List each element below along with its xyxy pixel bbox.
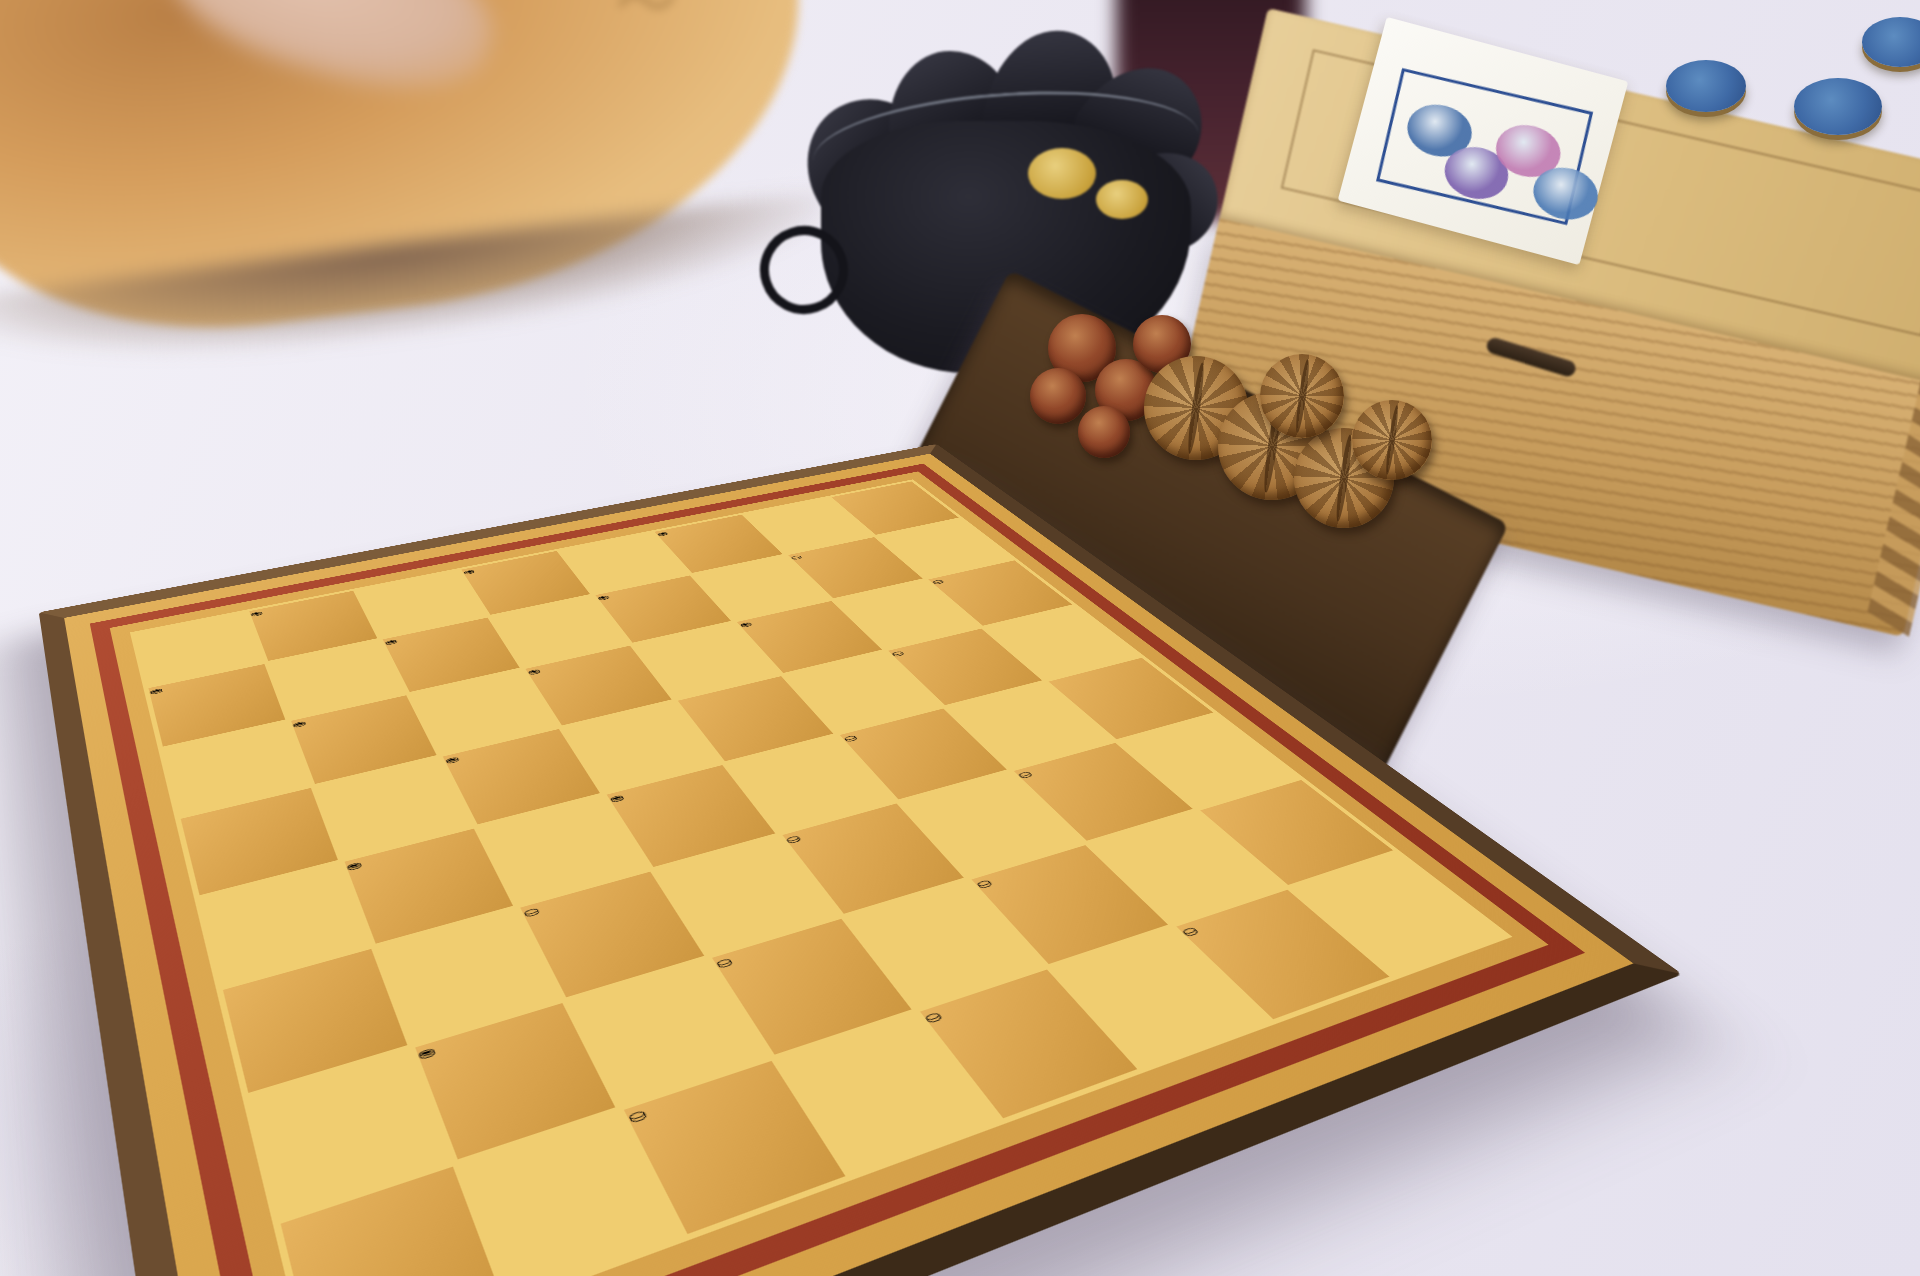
dark-piece-r7c1[interactable]: ⛂ [249, 591, 357, 619]
blue-game-disc [1666, 60, 1746, 112]
board-grid[interactable]: ⛂⛂⛂⛂⛂⛂⛀⛂⛂⛂⛀⛂⛀⛂⛂⛀⛀⛀⛀⛂⛀⛀⛀⛀⛀ [130, 479, 1512, 1276]
photo-scene: ⛂⛂⛂⛂⛂⛂⛀⛂⛂⛂⛀⛂⛀⛂⛂⛀⛀⛀⛀⛂⛀⛀⛀⛀⛀ [0, 0, 1920, 1276]
walnut-icon [1352, 400, 1432, 480]
card-ink-frame [1376, 68, 1593, 225]
blue-game-disc [1794, 78, 1882, 135]
checkers-board: ⛂⛂⛂⛂⛂⛂⛀⛂⛂⛂⛀⛂⛀⛂⛂⛀⛀⛀⛀⛂⛀⛀⛀⛀⛀ [118, 158, 1328, 1276]
dark-piece-r3c1[interactable]: ⛂ [655, 515, 748, 538]
dark-piece-r5c1[interactable]: ⛂ [461, 551, 561, 576]
